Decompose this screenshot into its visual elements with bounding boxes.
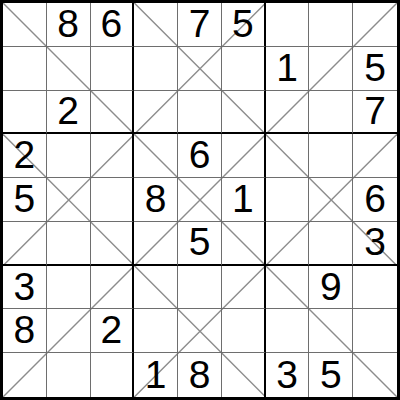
- cell-r6c7[interactable]: [266, 222, 310, 266]
- cell-r9c4[interactable]: 1: [134, 353, 178, 397]
- cell-r5c7[interactable]: [266, 178, 310, 222]
- cell-r3c9[interactable]: 7: [353, 91, 397, 135]
- cell-r1c5[interactable]: 7: [178, 3, 222, 47]
- cell-r9c7[interactable]: 3: [266, 353, 310, 397]
- cell-r6c6[interactable]: [222, 222, 266, 266]
- cell-r4c4[interactable]: [134, 134, 178, 178]
- cell-r7c3[interactable]: [91, 266, 135, 310]
- cell-r7c9[interactable]: [353, 266, 397, 310]
- cell-r2c8[interactable]: [309, 47, 353, 91]
- cell-r2c7[interactable]: 1: [266, 47, 310, 91]
- cell-r5c8[interactable]: [309, 178, 353, 222]
- cell-r5c9[interactable]: 6: [353, 178, 397, 222]
- cell-r9c9[interactable]: [353, 353, 397, 397]
- cell-r5c1[interactable]: 5: [3, 178, 47, 222]
- cell-r1c7[interactable]: [266, 3, 310, 47]
- cell-r8c2[interactable]: [47, 309, 91, 353]
- cell-r5c6[interactable]: 1: [222, 178, 266, 222]
- cell-r1c6[interactable]: 5: [222, 3, 266, 47]
- cell-r7c5[interactable]: [178, 266, 222, 310]
- cell-r8c4[interactable]: [134, 309, 178, 353]
- cell-r4c2[interactable]: [47, 134, 91, 178]
- cell-r9c2[interactable]: [47, 353, 91, 397]
- cell-r5c5[interactable]: [178, 178, 222, 222]
- cell-r7c4[interactable]: [134, 266, 178, 310]
- cell-r1c3[interactable]: 6: [91, 3, 135, 47]
- cell-r1c4[interactable]: [134, 3, 178, 47]
- cell-r6c9[interactable]: 3: [353, 222, 397, 266]
- cell-r4c8[interactable]: [309, 134, 353, 178]
- cell-r3c8[interactable]: [309, 91, 353, 135]
- cell-r7c6[interactable]: [222, 266, 266, 310]
- cell-r5c2[interactable]: [47, 178, 91, 222]
- cell-r3c2[interactable]: 2: [47, 91, 91, 135]
- cell-r1c9[interactable]: [353, 3, 397, 47]
- cell-r5c4[interactable]: 8: [134, 178, 178, 222]
- cell-r8c3[interactable]: 2: [91, 309, 135, 353]
- cell-r3c3[interactable]: [91, 91, 135, 135]
- cell-r3c7[interactable]: [266, 91, 310, 135]
- cell-r7c7[interactable]: [266, 266, 310, 310]
- cell-r7c2[interactable]: [47, 266, 91, 310]
- cell-r8c9[interactable]: [353, 309, 397, 353]
- cell-r9c1[interactable]: [3, 353, 47, 397]
- cell-r3c1[interactable]: [3, 91, 47, 135]
- cell-r5c3[interactable]: [91, 178, 135, 222]
- cell-r2c1[interactable]: [3, 47, 47, 91]
- cell-r1c8[interactable]: [309, 3, 353, 47]
- cell-r8c1[interactable]: 8: [3, 309, 47, 353]
- cell-r2c5[interactable]: [178, 47, 222, 91]
- cell-r6c3[interactable]: [91, 222, 135, 266]
- cell-r3c6[interactable]: [222, 91, 266, 135]
- cell-r6c4[interactable]: [134, 222, 178, 266]
- sudoku-grid: 867515272658165339821835: [3, 3, 397, 397]
- cell-r2c2[interactable]: [47, 47, 91, 91]
- cell-r6c8[interactable]: [309, 222, 353, 266]
- cell-r1c1[interactable]: [3, 3, 47, 47]
- cell-r7c8[interactable]: 9: [309, 266, 353, 310]
- cell-r9c3[interactable]: [91, 353, 135, 397]
- cell-r9c8[interactable]: 5: [309, 353, 353, 397]
- cell-r9c5[interactable]: 8: [178, 353, 222, 397]
- cell-r9c6[interactable]: [222, 353, 266, 397]
- cell-r1c2[interactable]: 8: [47, 3, 91, 47]
- cell-r8c6[interactable]: [222, 309, 266, 353]
- cell-r6c1[interactable]: [3, 222, 47, 266]
- cell-r7c1[interactable]: 3: [3, 266, 47, 310]
- cell-r4c5[interactable]: 6: [178, 134, 222, 178]
- cell-r6c5[interactable]: 5: [178, 222, 222, 266]
- cell-r2c3[interactable]: [91, 47, 135, 91]
- sudoku-board: 867515272658165339821835: [0, 0, 400, 400]
- cell-r4c9[interactable]: [353, 134, 397, 178]
- cell-r4c3[interactable]: [91, 134, 135, 178]
- cell-r8c8[interactable]: [309, 309, 353, 353]
- cell-r6c2[interactable]: [47, 222, 91, 266]
- cell-r4c6[interactable]: [222, 134, 266, 178]
- cell-r2c6[interactable]: [222, 47, 266, 91]
- cell-r3c4[interactable]: [134, 91, 178, 135]
- cell-r3c5[interactable]: [178, 91, 222, 135]
- cell-r8c5[interactable]: [178, 309, 222, 353]
- cell-r4c7[interactable]: [266, 134, 310, 178]
- cell-r8c7[interactable]: [266, 309, 310, 353]
- cell-r4c1[interactable]: 2: [3, 134, 47, 178]
- cell-r2c4[interactable]: [134, 47, 178, 91]
- cell-r2c9[interactable]: 5: [353, 47, 397, 91]
